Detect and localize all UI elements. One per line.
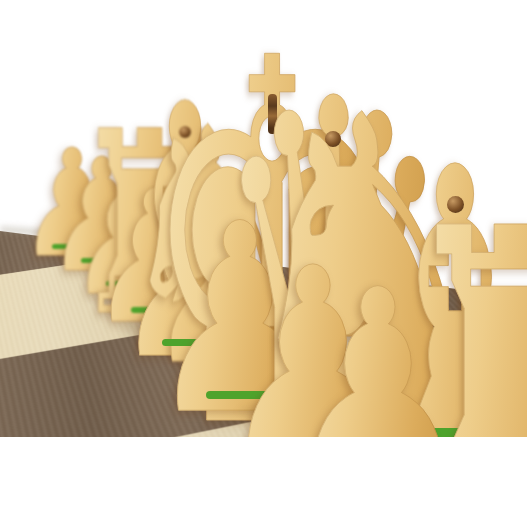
chess-product-photo: ♟♟♟♟♟♟♟♟♜♝♞♚♛♞♝♜ (0, 0, 527, 527)
white-backdrop (0, 437, 527, 527)
